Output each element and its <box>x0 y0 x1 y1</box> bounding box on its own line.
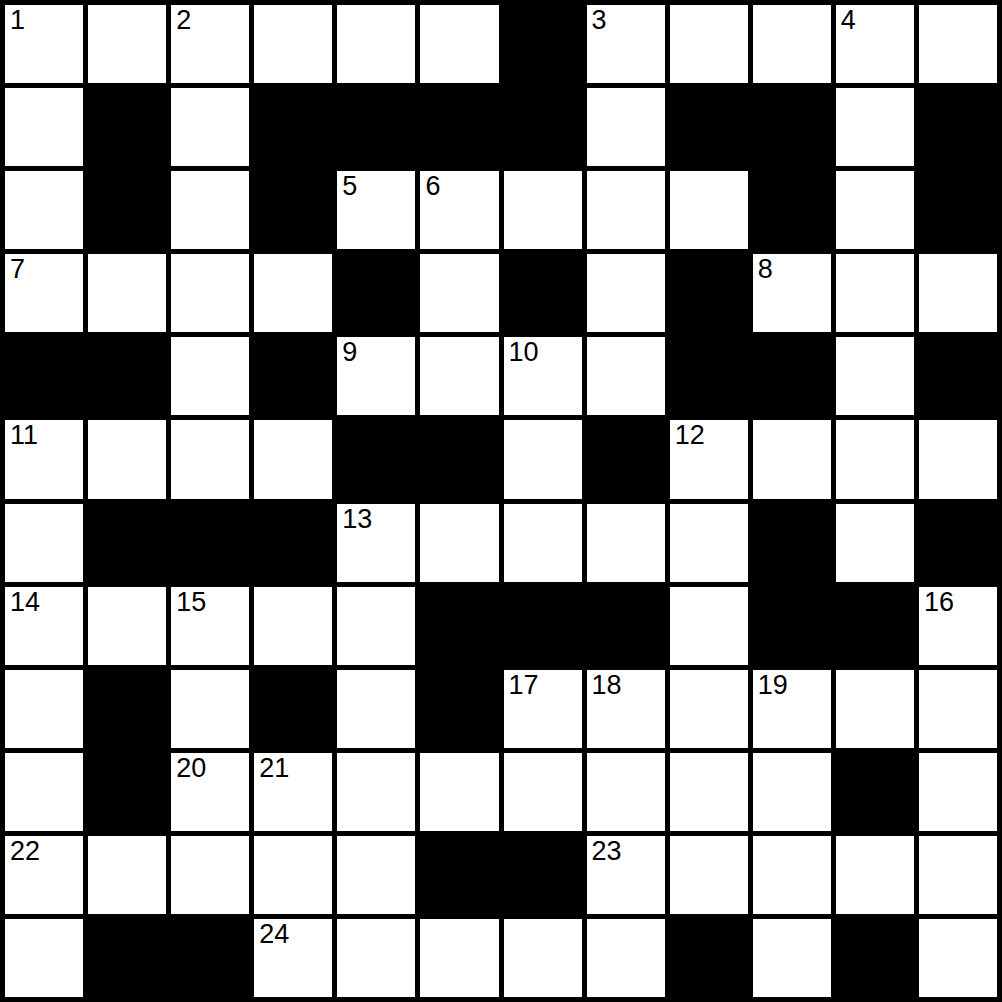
clue-number: 3 <box>592 5 607 36</box>
letter-cell-r0c2[interactable]: 2 <box>171 5 249 83</box>
letter-cell-r10c1[interactable] <box>88 836 166 914</box>
block-cell-r8c3 <box>254 670 332 748</box>
block-cell-r4c8 <box>670 337 748 415</box>
block-cell-r2c9 <box>753 171 831 249</box>
letter-cell-r2c5[interactable]: 6 <box>420 171 498 249</box>
letter-cell-r0c3[interactable] <box>254 5 332 83</box>
letter-cell-r10c11[interactable] <box>919 836 997 914</box>
block-cell-r4c3 <box>254 337 332 415</box>
letter-cell-r0c11[interactable] <box>919 5 997 83</box>
clue-number: 8 <box>758 254 773 285</box>
block-cell-r4c11 <box>919 337 997 415</box>
clue-number: 19 <box>758 670 788 701</box>
letter-cell-r0c0[interactable]: 1 <box>5 5 83 83</box>
letter-cell-r10c4[interactable] <box>337 836 415 914</box>
letter-cell-r8c6[interactable]: 17 <box>504 670 582 748</box>
block-cell-r6c3 <box>254 504 332 582</box>
letter-cell-r1c0[interactable] <box>5 88 83 166</box>
letter-cell-r2c0[interactable] <box>5 171 83 249</box>
letter-cell-r5c10[interactable] <box>836 420 914 498</box>
clue-number: 21 <box>259 753 289 784</box>
letter-cell-r11c4[interactable] <box>337 919 415 997</box>
clue-number: 15 <box>176 587 206 618</box>
letter-cell-r3c2[interactable] <box>171 254 249 332</box>
block-cell-r0c6 <box>504 5 582 83</box>
letter-cell-r5c3[interactable] <box>254 420 332 498</box>
block-cell-r6c1 <box>88 504 166 582</box>
letter-cell-r5c11[interactable] <box>919 420 997 498</box>
letter-cell-r5c9[interactable] <box>753 420 831 498</box>
block-cell-r7c10 <box>836 587 914 665</box>
letter-cell-r3c9[interactable]: 8 <box>753 254 831 332</box>
letter-cell-r2c6[interactable] <box>504 171 582 249</box>
clue-number: 17 <box>509 670 539 701</box>
block-cell-r2c3 <box>254 171 332 249</box>
letter-cell-r7c4[interactable] <box>337 587 415 665</box>
letter-cell-r2c10[interactable] <box>836 171 914 249</box>
letter-cell-r2c2[interactable] <box>171 171 249 249</box>
letter-cell-r6c4[interactable]: 13 <box>337 504 415 582</box>
block-cell-r4c9 <box>753 337 831 415</box>
letter-cell-r6c0[interactable] <box>5 504 83 582</box>
block-cell-r1c6 <box>504 88 582 166</box>
letter-cell-r11c3[interactable]: 24 <box>254 919 332 997</box>
letter-cell-r8c0[interactable] <box>5 670 83 748</box>
block-cell-r5c5 <box>420 420 498 498</box>
clue-number: 2 <box>176 5 191 36</box>
clue-number: 1 <box>10 5 25 36</box>
letter-cell-r4c6[interactable]: 10 <box>504 337 582 415</box>
letter-cell-r4c2[interactable] <box>171 337 249 415</box>
letter-cell-r5c8[interactable]: 12 <box>670 420 748 498</box>
block-cell-r2c1 <box>88 171 166 249</box>
block-cell-r2c11 <box>919 171 997 249</box>
letter-cell-r5c2[interactable] <box>171 420 249 498</box>
letter-cell-r11c0[interactable] <box>5 919 83 997</box>
block-cell-r1c8 <box>670 88 748 166</box>
clue-number: 4 <box>841 5 856 36</box>
letter-cell-r3c5[interactable] <box>420 254 498 332</box>
letter-cell-r5c1[interactable] <box>88 420 166 498</box>
letter-cell-r9c9[interactable] <box>753 753 831 831</box>
clue-number: 9 <box>342 337 357 368</box>
block-cell-r1c9 <box>753 88 831 166</box>
block-cell-r7c7 <box>587 587 665 665</box>
block-cell-r11c2 <box>171 919 249 997</box>
block-cell-r7c9 <box>753 587 831 665</box>
letter-cell-r0c10[interactable]: 4 <box>836 5 914 83</box>
block-cell-r11c1 <box>88 919 166 997</box>
clue-number: 20 <box>176 753 206 784</box>
letter-cell-r3c11[interactable] <box>919 254 997 332</box>
block-cell-r9c10 <box>836 753 914 831</box>
block-cell-r1c11 <box>919 88 997 166</box>
letter-cell-r5c6[interactable] <box>504 420 582 498</box>
letter-cell-r9c8[interactable] <box>670 753 748 831</box>
block-cell-r1c1 <box>88 88 166 166</box>
letter-cell-r7c8[interactable] <box>670 587 748 665</box>
block-cell-r5c4 <box>337 420 415 498</box>
letter-cell-r9c4[interactable] <box>337 753 415 831</box>
letter-cell-r10c0[interactable]: 22 <box>5 836 83 914</box>
block-cell-r6c9 <box>753 504 831 582</box>
letter-cell-r2c4[interactable]: 5 <box>337 171 415 249</box>
clue-number: 22 <box>10 836 40 867</box>
letter-cell-r10c2[interactable] <box>171 836 249 914</box>
clue-number: 5 <box>342 171 357 202</box>
letter-cell-r11c5[interactable] <box>420 919 498 997</box>
block-cell-r5c7 <box>587 420 665 498</box>
block-cell-r3c6 <box>504 254 582 332</box>
clue-number: 6 <box>425 171 440 202</box>
block-cell-r1c4 <box>337 88 415 166</box>
clue-number: 13 <box>342 504 372 535</box>
clue-number: 11 <box>10 420 38 451</box>
clue-number: 10 <box>509 337 539 368</box>
block-cell-r10c5 <box>420 836 498 914</box>
clue-number: 23 <box>592 836 622 867</box>
letter-cell-r10c8[interactable] <box>670 836 748 914</box>
letter-cell-r3c0[interactable]: 7 <box>5 254 83 332</box>
block-cell-r7c5 <box>420 587 498 665</box>
letter-cell-r0c1[interactable] <box>88 5 166 83</box>
block-cell-r6c11 <box>919 504 997 582</box>
letter-cell-r1c2[interactable] <box>171 88 249 166</box>
letter-cell-r9c5[interactable] <box>420 753 498 831</box>
block-cell-r3c8 <box>670 254 748 332</box>
letter-cell-r0c9[interactable] <box>753 5 831 83</box>
letter-cell-r0c5[interactable] <box>420 5 498 83</box>
block-cell-r10c6 <box>504 836 582 914</box>
letter-cell-r10c10[interactable] <box>836 836 914 914</box>
letter-cell-r7c0[interactable]: 14 <box>5 587 83 665</box>
clue-number: 12 <box>675 420 705 451</box>
letter-cell-r6c10[interactable] <box>836 504 914 582</box>
clue-number: 24 <box>259 919 289 950</box>
letter-cell-r4c10[interactable] <box>836 337 914 415</box>
block-cell-r9c1 <box>88 753 166 831</box>
letter-cell-r4c4[interactable]: 9 <box>337 337 415 415</box>
letter-cell-r2c8[interactable] <box>670 171 748 249</box>
letter-cell-r9c3[interactable]: 21 <box>254 753 332 831</box>
block-cell-r3c4 <box>337 254 415 332</box>
letter-cell-r9c7[interactable] <box>587 753 665 831</box>
block-cell-r8c1 <box>88 670 166 748</box>
letter-cell-r11c6[interactable] <box>504 919 582 997</box>
letter-cell-r11c7[interactable] <box>587 919 665 997</box>
letter-cell-r0c4[interactable] <box>337 5 415 83</box>
block-cell-r1c3 <box>254 88 332 166</box>
block-cell-r11c8 <box>670 919 748 997</box>
letter-cell-r8c7[interactable]: 18 <box>587 670 665 748</box>
letter-cell-r8c8[interactable] <box>670 670 748 748</box>
letter-cell-r8c4[interactable] <box>337 670 415 748</box>
letter-cell-r0c7[interactable]: 3 <box>587 5 665 83</box>
letter-cell-r6c6[interactable] <box>504 504 582 582</box>
letter-cell-r1c7[interactable] <box>587 88 665 166</box>
block-cell-r4c1 <box>88 337 166 415</box>
letter-cell-r6c7[interactable] <box>587 504 665 582</box>
letter-cell-r8c9[interactable]: 19 <box>753 670 831 748</box>
block-cell-r7c6 <box>504 587 582 665</box>
letter-cell-r7c3[interactable] <box>254 587 332 665</box>
letter-cell-r4c7[interactable] <box>587 337 665 415</box>
letter-cell-r11c9[interactable] <box>753 919 831 997</box>
letter-cell-r3c1[interactable] <box>88 254 166 332</box>
clue-number: 18 <box>592 670 622 701</box>
letter-cell-r5c0[interactable]: 11 <box>5 420 83 498</box>
block-cell-r6c2 <box>171 504 249 582</box>
letter-cell-r10c7[interactable]: 23 <box>587 836 665 914</box>
letter-cell-r8c2[interactable] <box>171 670 249 748</box>
letter-cell-r1c10[interactable] <box>836 88 914 166</box>
letter-cell-r6c5[interactable] <box>420 504 498 582</box>
letter-cell-r3c10[interactable] <box>836 254 914 332</box>
block-cell-r8c5 <box>420 670 498 748</box>
letter-cell-r6c8[interactable] <box>670 504 748 582</box>
letter-cell-r3c7[interactable] <box>587 254 665 332</box>
letter-cell-r8c10[interactable] <box>836 670 914 748</box>
letter-cell-r0c8[interactable] <box>670 5 748 83</box>
crossword-grid: 123456789101112131415161718192021222324 <box>0 0 1002 1002</box>
letter-cell-r9c11[interactable] <box>919 753 997 831</box>
letter-cell-r11c11[interactable] <box>919 919 997 997</box>
letter-cell-r10c9[interactable] <box>753 836 831 914</box>
letter-cell-r3c3[interactable] <box>254 254 332 332</box>
letter-cell-r9c6[interactable] <box>504 753 582 831</box>
clue-number: 16 <box>924 587 954 618</box>
letter-cell-r8c11[interactable] <box>919 670 997 748</box>
letter-cell-r9c2[interactable]: 20 <box>171 753 249 831</box>
block-cell-r11c10 <box>836 919 914 997</box>
letter-cell-r2c7[interactable] <box>587 171 665 249</box>
letter-cell-r9c0[interactable] <box>5 753 83 831</box>
block-cell-r1c5 <box>420 88 498 166</box>
letter-cell-r7c1[interactable] <box>88 587 166 665</box>
letter-cell-r10c3[interactable] <box>254 836 332 914</box>
clue-number: 14 <box>10 587 40 618</box>
letter-cell-r4c5[interactable] <box>420 337 498 415</box>
letter-cell-r7c11[interactable]: 16 <box>919 587 997 665</box>
clue-number: 7 <box>10 254 25 285</box>
letter-cell-r7c2[interactable]: 15 <box>171 587 249 665</box>
block-cell-r4c0 <box>5 337 83 415</box>
